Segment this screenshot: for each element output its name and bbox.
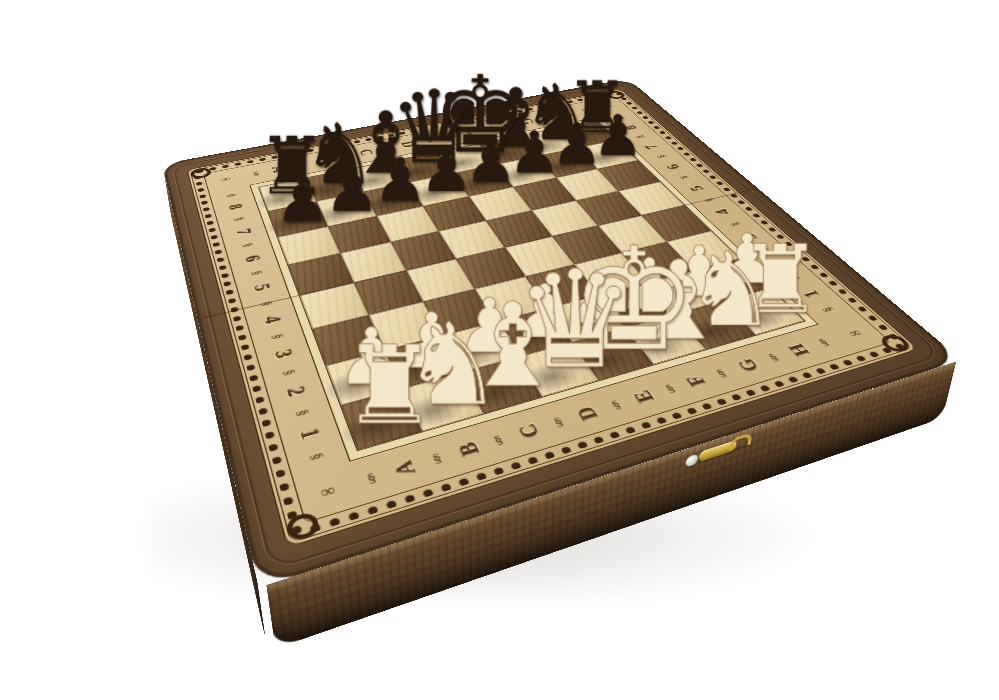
file-label: G: [517, 118, 536, 126]
file-label: D: [399, 140, 418, 148]
file-label: D: [573, 404, 602, 422]
file-label: H: [556, 110, 575, 118]
rank-label: 1: [800, 288, 823, 299]
scroll-ornament-icon: §: [225, 193, 238, 198]
scroll-ornament-icon: §: [308, 451, 327, 462]
latch-knob: [686, 453, 699, 467]
rank-label: 3: [739, 232, 760, 241]
scroll-ornament-icon: §: [270, 332, 286, 340]
scroll-ornament-icon: §: [425, 137, 434, 143]
scroll-ornament-icon: §: [297, 162, 305, 168]
scroll-ornament-icon: §: [241, 242, 255, 248]
file-label: E: [440, 133, 459, 141]
file-label: H: [785, 342, 814, 358]
scroll-ornament-icon: §: [820, 306, 836, 314]
rank-label: 8: [226, 203, 246, 211]
scroll-ornament-icon: §: [615, 116, 627, 120]
square-g3: [621, 242, 694, 283]
scroll-ornament-icon: §: [491, 433, 505, 447]
scroll-ornament-icon: §: [542, 115, 551, 120]
scroll-ornament-icon: §: [294, 408, 312, 418]
chess-box: §A§B§C§D§E§F§G§H§ §A§B§C§D§E§F§G§H§ §8§7…: [162, 79, 961, 588]
scroll-ornament-icon: §: [678, 175, 691, 180]
rank-label: 4: [261, 314, 284, 325]
rank-label: 2: [283, 385, 308, 399]
scroll-ornament-icon: §: [250, 270, 265, 277]
rank-label: 5: [687, 184, 707, 192]
scroll-ornament-icon: §: [281, 368, 298, 377]
scroll-ornament-icon: §: [252, 170, 260, 177]
file-label: B: [454, 440, 483, 458]
scroll-ornament-icon: §: [551, 415, 565, 428]
file-label: B: [314, 157, 333, 165]
scroll-ornament-icon: §: [757, 247, 772, 253]
rank-label: 7: [642, 143, 660, 150]
file-label: F: [682, 373, 709, 388]
scroll-ornament-icon: §: [430, 451, 444, 465]
scroll-ornament-icon: §: [728, 221, 742, 227]
scroll-ornament-icon: §: [787, 275, 802, 282]
file-label: E: [629, 388, 657, 404]
scroll-ornament-icon: §: [465, 130, 474, 136]
scroll-ornament-icon: §: [383, 145, 392, 151]
file-label: C: [357, 148, 376, 156]
rank-label: 7: [233, 227, 253, 236]
rank-label: 5: [251, 283, 273, 293]
scroll-ornament-icon: §: [609, 398, 624, 411]
scroll-ornament-icon: §: [766, 352, 781, 363]
rank-label: 6: [664, 163, 683, 170]
file-label: C: [514, 422, 543, 441]
file-label: F: [479, 126, 497, 133]
product-photo-scene: §A§B§C§D§E§F§G§H§ §A§B§C§D§E§F§G§H§ §8§7…: [0, 0, 999, 700]
rank-label: 2: [768, 259, 790, 269]
file-label: A: [390, 458, 420, 478]
rank-label: 1: [296, 426, 323, 441]
scroll-ornament-icon: §: [341, 153, 349, 159]
scroll-ornament-icon: §: [663, 382, 678, 394]
file-label: A: [269, 165, 288, 174]
file-label: G: [733, 357, 762, 374]
rank-label: 4: [712, 208, 732, 216]
scroll-ornament-icon: §: [656, 154, 669, 159]
scroll-ornament-icon: §: [635, 135, 647, 139]
scroll-ornament-icon: §: [502, 123, 511, 129]
rank-label: 8: [622, 124, 640, 130]
scroll-ornament-icon: §: [233, 216, 247, 222]
rank-label: 6: [242, 254, 263, 264]
latch-hook: [730, 432, 753, 451]
scroll-ornament-icon: §: [714, 367, 729, 379]
rank-label: 3: [272, 348, 296, 360]
